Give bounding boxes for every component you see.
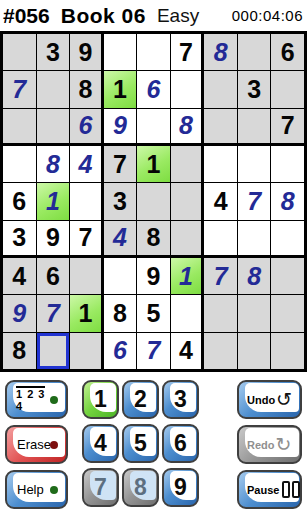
sudoku-app: #056 Book 06 Easy 000:04:06 397867816369… <box>0 0 307 512</box>
cell-r1c7[interactable]: 8 <box>204 34 237 70</box>
cell-r5c7[interactable]: 4 <box>204 183 237 219</box>
cell-r7c8[interactable]: 8 <box>238 258 271 294</box>
cell-r6c9[interactable] <box>271 221 304 257</box>
cell-r5c9[interactable]: 8 <box>271 183 304 219</box>
green-dot-icon <box>50 486 58 494</box>
cell-r9c5[interactable]: 7 <box>137 333 170 369</box>
keypad-2-button[interactable]: 2 <box>122 380 159 419</box>
cell-r8c4[interactable]: 8 <box>104 295 137 331</box>
redo-button[interactable]: Redo ↻ <box>237 425 302 464</box>
cell-r3c7[interactable] <box>204 109 237 145</box>
cell-r5c5[interactable] <box>137 183 170 219</box>
cell-r6c7[interactable] <box>204 221 237 257</box>
cell-r9c7[interactable] <box>204 333 237 369</box>
cell-r8c6[interactable] <box>171 295 204 331</box>
cell-r1c9[interactable]: 6 <box>271 34 304 70</box>
keypad-5-button[interactable]: 5 <box>122 424 159 463</box>
cell-r2c2[interactable] <box>37 71 70 107</box>
cell-r5c1[interactable]: 6 <box>3 183 36 219</box>
cell-r5c8[interactable]: 7 <box>238 183 271 219</box>
cell-r8c7[interactable] <box>204 295 237 331</box>
cell-r3c6[interactable]: 8 <box>171 109 204 145</box>
cell-r2c4[interactable]: 1 <box>104 71 137 107</box>
cell-r6c8[interactable] <box>238 221 271 257</box>
pause-button[interactable]: Pause <box>237 470 302 509</box>
cell-r1c4[interactable] <box>104 34 137 70</box>
cell-r9c2[interactable] <box>37 333 70 369</box>
cell-r1c6[interactable]: 7 <box>171 34 204 70</box>
cell-r8c8[interactable] <box>238 295 271 331</box>
cell-r8c2[interactable]: 7 <box>37 295 70 331</box>
cell-r5c4[interactable]: 3 <box>104 183 137 219</box>
cell-r8c3[interactable]: 1 <box>70 295 103 331</box>
keypad-3-button[interactable]: 3 <box>162 380 199 419</box>
cell-r1c1[interactable] <box>3 34 36 70</box>
cell-r6c4[interactable]: 4 <box>104 221 137 257</box>
cell-r4c7[interactable] <box>204 146 237 182</box>
undo-icon: ↺ <box>276 390 292 409</box>
cell-r1c3[interactable]: 9 <box>70 34 103 70</box>
cell-r6c6[interactable] <box>171 221 204 257</box>
redo-icon: ↻ <box>276 435 292 454</box>
pencil-marks-button[interactable]: 1 2 3 4 <box>5 380 68 419</box>
green-dot-icon <box>50 396 58 404</box>
help-button[interactable]: Help <box>5 470 68 509</box>
cell-r7c9[interactable] <box>271 258 304 294</box>
cell-r2c5[interactable]: 6 <box>137 71 170 107</box>
control-panel: 1 2 3 4 Erase Help 1 2 3 4 5 6 7 8 9 <box>0 372 307 512</box>
header-bar: #056 Book 06 Easy 000:04:06 <box>0 0 307 31</box>
cell-r7c1[interactable]: 4 <box>3 258 36 294</box>
cell-r3c2[interactable] <box>37 109 70 145</box>
cell-r1c5[interactable] <box>137 34 170 70</box>
cell-r2c3[interactable]: 8 <box>70 71 103 107</box>
undo-button[interactable]: Undo ↺ <box>237 380 302 419</box>
cell-r7c6[interactable]: 1 <box>171 258 204 294</box>
cell-r9c6[interactable]: 4 <box>171 333 204 369</box>
cell-r8c5[interactable]: 5 <box>137 295 170 331</box>
cell-r6c3[interactable]: 7 <box>70 221 103 257</box>
red-dot-icon <box>50 441 58 449</box>
keypad-9-button[interactable]: 9 <box>162 468 199 507</box>
cell-r2c9[interactable] <box>271 71 304 107</box>
cell-r1c2[interactable]: 3 <box>37 34 70 70</box>
sudoku-board[interactable]: 3978678163698784716134783974846917897185… <box>0 31 307 372</box>
cell-r5c3[interactable] <box>70 183 103 219</box>
cell-r7c4[interactable] <box>104 258 137 294</box>
number-keypad: 1 2 3 4 5 6 7 8 9 <box>82 380 199 507</box>
left-button-column: 1 2 3 4 Erase Help <box>5 380 68 509</box>
book-title: Book 06 <box>61 4 146 28</box>
timer: 000:04:06 <box>232 7 304 24</box>
cell-r5c2[interactable]: 1 <box>37 183 70 219</box>
cell-r4c8[interactable] <box>238 146 271 182</box>
cell-r3c3[interactable]: 6 <box>70 109 103 145</box>
pause-icon <box>282 481 300 498</box>
cell-r2c7[interactable] <box>204 71 237 107</box>
cell-r6c1[interactable]: 3 <box>3 221 36 257</box>
cell-r4c2[interactable]: 8 <box>37 146 70 182</box>
keypad-1-button[interactable]: 1 <box>82 380 119 419</box>
cell-r3c8[interactable] <box>238 109 271 145</box>
cell-r3c5[interactable] <box>137 109 170 145</box>
cell-r5c6[interactable] <box>171 183 204 219</box>
cell-r9c3[interactable] <box>70 333 103 369</box>
difficulty-label: Easy <box>157 5 199 27</box>
puzzle-number: #056 <box>3 4 50 28</box>
cell-r4c5[interactable]: 1 <box>137 146 170 182</box>
cell-r9c1[interactable]: 8 <box>3 333 36 369</box>
cell-r2c1[interactable]: 7 <box>3 71 36 107</box>
erase-button[interactable]: Erase <box>5 425 68 464</box>
keypad-8-button[interactable]: 8 <box>122 468 159 507</box>
keypad-4-button[interactable]: 4 <box>82 424 119 463</box>
cell-r7c2[interactable]: 6 <box>37 258 70 294</box>
cell-r4c1[interactable] <box>3 146 36 182</box>
cell-r2c6[interactable] <box>171 71 204 107</box>
cell-r7c7[interactable]: 7 <box>204 258 237 294</box>
cell-r9c4[interactable]: 6 <box>104 333 137 369</box>
cell-r8c1[interactable]: 9 <box>3 295 36 331</box>
right-button-column: Undo ↺ Redo ↻ Pause <box>237 380 302 509</box>
cell-r9c8[interactable] <box>238 333 271 369</box>
cell-r4c6[interactable] <box>171 146 204 182</box>
cell-r8c9[interactable] <box>271 295 304 331</box>
cell-r7c3[interactable] <box>70 258 103 294</box>
cell-r3c1[interactable] <box>3 109 36 145</box>
cell-r3c4[interactable]: 9 <box>104 109 137 145</box>
cell-r2c8[interactable]: 3 <box>238 71 271 107</box>
keypad-7-button[interactable]: 7 <box>82 468 119 507</box>
cell-r4c3[interactable]: 4 <box>70 146 103 182</box>
pencil-marks-label: 1 2 3 4 <box>7 386 45 412</box>
cell-r3c9[interactable]: 7 <box>271 109 304 145</box>
keypad-6-button[interactable]: 6 <box>162 424 199 463</box>
cell-r4c9[interactable] <box>271 146 304 182</box>
cell-r6c2[interactable]: 9 <box>37 221 70 257</box>
cell-r7c5[interactable]: 9 <box>137 258 170 294</box>
cell-r1c8[interactable] <box>238 34 271 70</box>
cell-r9c9[interactable] <box>271 333 304 369</box>
cell-r4c4[interactable]: 7 <box>104 146 137 182</box>
cell-r6c5[interactable]: 8 <box>137 221 170 257</box>
